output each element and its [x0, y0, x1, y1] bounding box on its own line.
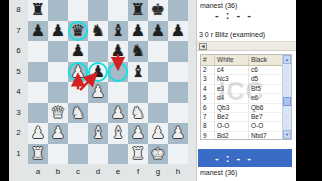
- square-b5[interactable]: [48, 62, 68, 83]
- square-b8[interactable]: [48, 0, 68, 21]
- column-header-white: White: [215, 55, 249, 65]
- move-row-8: 8O-OO-O: [201, 122, 291, 131]
- move-white[interactable]: O-O: [215, 122, 249, 130]
- move-row-4: 4e3Bf5: [201, 85, 291, 94]
- white-player-clock: - : - -: [198, 149, 292, 167]
- game-type-label: 3 0 r Blitz (examined): [199, 31, 265, 38]
- square-f6[interactable]: ♞: [128, 41, 148, 62]
- move-row-6: 6Qb3Qb6: [201, 104, 291, 113]
- square-g3[interactable]: [148, 103, 168, 124]
- move-number: 4: [201, 85, 215, 93]
- rank-label-7: 7: [9, 21, 28, 42]
- move-rows: 2c4c63Nc3d54e3Bf55d4e66Qb3Qb67Be2Be78O-O…: [201, 66, 291, 140]
- square-d4[interactable]: ♟: [88, 82, 108, 103]
- square-d3[interactable]: [88, 103, 108, 124]
- move-row-2: 2c4c6: [201, 66, 291, 75]
- square-c5[interactable]: ♟: [68, 62, 88, 83]
- square-g7[interactable]: ♟: [148, 21, 168, 42]
- square-f3[interactable]: ♞: [128, 103, 148, 124]
- piece-black-pawn[interactable]: ♟: [111, 43, 125, 59]
- file-label-c: c: [68, 164, 88, 181]
- black-player-name: manest (36): [200, 2, 237, 9]
- square-a6[interactable]: [28, 41, 48, 62]
- piece-white-bishop[interactable]: ♝: [111, 125, 125, 141]
- game-info-panel: manest (36) - : - - 3 0 r Blitz (examine…: [196, 0, 296, 181]
- black-player-clock: - : - -: [215, 9, 253, 21]
- scroll-down-icon[interactable]: ▼: [283, 130, 291, 139]
- square-a5[interactable]: [28, 62, 48, 83]
- rank-label-8: 8: [9, 0, 28, 21]
- square-a2[interactable]: ♟: [28, 123, 48, 144]
- move-number: 3: [201, 75, 215, 83]
- move-white[interactable]: c4: [215, 66, 249, 74]
- move-white[interactable]: Bd2: [215, 132, 249, 140]
- piece-black-pawn[interactable]: ♟: [151, 23, 165, 39]
- square-a1[interactable]: ♜: [28, 144, 48, 165]
- piece-white-rook[interactable]: ♜: [31, 146, 45, 162]
- square-g6[interactable]: [148, 41, 168, 62]
- square-h1[interactable]: [168, 144, 188, 165]
- file-label-f: f: [128, 164, 148, 181]
- piece-black-knight[interactable]: ♞: [91, 23, 105, 39]
- square-f8[interactable]: ♜: [128, 0, 148, 21]
- square-h5[interactable]: [168, 62, 188, 83]
- rank-label-2: 2: [9, 123, 28, 144]
- piece-white-pawn[interactable]: ♟: [131, 125, 145, 141]
- move-row-5: 5d4e6: [201, 94, 291, 103]
- rank-label-3: 3: [9, 103, 28, 124]
- piece-white-pawn[interactable]: ♟: [51, 125, 65, 141]
- move-white[interactable]: d4: [215, 94, 249, 102]
- back-move-button[interactable]: ◄: [199, 43, 207, 50]
- square-d1[interactable]: [88, 144, 108, 165]
- piece-black-bishop[interactable]: ♝: [131, 64, 145, 80]
- square-h3[interactable]: [168, 103, 188, 124]
- scrollbar-thumb[interactable]: [283, 97, 291, 106]
- piece-black-pawn[interactable]: ♟: [71, 43, 85, 59]
- column-header-number: #: [201, 55, 215, 65]
- square-b6[interactable]: [48, 41, 68, 62]
- square-c4[interactable]: [68, 82, 88, 103]
- move-list-header: # White Black: [201, 55, 291, 66]
- piece-white-knight[interactable]: ♞: [71, 105, 85, 121]
- square-d5[interactable]: ♟: [88, 62, 108, 83]
- move-list-table[interactable]: # White Black 2c4c63Nc3d54e3Bf55d4e66Qb3…: [200, 54, 292, 140]
- rank-label-6: 6: [9, 41, 28, 62]
- piece-white-pawn[interactable]: ♟: [171, 125, 185, 141]
- file-label-b: b: [48, 164, 68, 181]
- piece-white-knight[interactable]: ♞: [131, 105, 145, 121]
- square-c7[interactable]: ♛: [68, 21, 88, 42]
- square-f1[interactable]: ♜: [128, 144, 148, 165]
- move-number: 6: [201, 104, 215, 112]
- square-a8[interactable]: ♜: [28, 0, 48, 21]
- file-label-g: g: [148, 164, 168, 181]
- move-row-3: 3Nc3d5: [201, 75, 291, 84]
- square-c1[interactable]: [68, 144, 88, 165]
- piece-white-queen[interactable]: ♛: [51, 105, 65, 121]
- square-g4[interactable]: [148, 82, 168, 103]
- square-e6[interactable]: ♟: [108, 41, 128, 62]
- movelist-toolbar: ◄: [197, 41, 296, 51]
- square-e3[interactable]: ♟: [108, 103, 128, 124]
- chess-board[interactable]: ♜♜♚♟♟♛♞♝♟♟♟♟♟♞♟♟♝♟♛♞♟♞♟♟♝♝♟♟♟♜♜♚: [28, 0, 188, 164]
- square-g8[interactable]: ♚: [148, 0, 168, 21]
- square-h6[interactable]: [168, 41, 188, 62]
- rank-label-5: 5: [9, 62, 28, 83]
- move-number: 5: [201, 94, 215, 102]
- square-b1[interactable]: [48, 144, 68, 165]
- square-d7[interactable]: ♞: [88, 21, 108, 42]
- square-b2[interactable]: ♟: [48, 123, 68, 144]
- move-number: 2: [201, 66, 215, 74]
- piece-black-rook[interactable]: ♜: [131, 2, 145, 18]
- piece-black-pawn[interactable]: ♟: [91, 64, 105, 80]
- move-white[interactable]: Nc3: [215, 75, 249, 83]
- square-d8[interactable]: [88, 0, 108, 21]
- square-a7[interactable]: ♟: [28, 21, 48, 42]
- square-b3[interactable]: ♛: [48, 103, 68, 124]
- move-row-9: 9Bd2Nbd7: [201, 132, 291, 140]
- move-number: 8: [201, 122, 215, 130]
- piece-white-rook[interactable]: ♜: [131, 146, 145, 162]
- square-f7[interactable]: ♟: [128, 21, 148, 42]
- piece-white-pawn[interactable]: ♟: [31, 125, 45, 141]
- rank-label-4: 4: [9, 82, 28, 103]
- square-b4[interactable]: [48, 82, 68, 103]
- square-a4[interactable]: [28, 82, 48, 103]
- square-b7[interactable]: ♟: [48, 21, 68, 42]
- square-h2[interactable]: ♟: [168, 123, 188, 144]
- square-e8[interactable]: [108, 0, 128, 21]
- square-h7[interactable]: ♟: [168, 21, 188, 42]
- square-e1[interactable]: [108, 144, 128, 165]
- square-c2[interactable]: [68, 123, 88, 144]
- file-label-d: d: [88, 164, 108, 181]
- piece-black-bishop[interactable]: ♝: [111, 23, 125, 39]
- square-h8[interactable]: [168, 0, 188, 21]
- square-c8[interactable]: [68, 0, 88, 21]
- piece-white-pawn[interactable]: ♟: [111, 105, 125, 121]
- file-label-e: e: [108, 164, 128, 181]
- piece-white-pawn[interactable]: ♟: [151, 125, 165, 141]
- board-area: 87654321 abcdefgh ♜♜♚♟♟♛♞♝♟♟♟♟♟♞♟♟♝♟♛♞♟♞…: [9, 0, 196, 181]
- square-g5[interactable]: [148, 62, 168, 83]
- piece-white-bishop[interactable]: ♝: [91, 125, 105, 141]
- white-player-name: manest (36): [200, 169, 237, 176]
- square-h4[interactable]: [168, 82, 188, 103]
- piece-black-pawn[interactable]: ♟: [171, 23, 185, 39]
- piece-white-pawn[interactable]: ♟: [71, 64, 85, 80]
- piece-black-pawn[interactable]: ♟: [51, 23, 65, 39]
- square-f4[interactable]: [128, 82, 148, 103]
- square-e2[interactable]: ♝: [108, 123, 128, 144]
- piece-black-king[interactable]: ♚: [151, 2, 165, 18]
- square-d2[interactable]: ♝: [88, 123, 108, 144]
- piece-black-rook[interactable]: ♜: [31, 2, 45, 18]
- move-white[interactable]: Qb3: [215, 104, 249, 112]
- move-white[interactable]: e3: [215, 85, 249, 93]
- piece-black-pawn[interactable]: ♟: [31, 23, 45, 39]
- square-d6[interactable]: [88, 41, 108, 62]
- square-f5[interactable]: ♝: [128, 62, 148, 83]
- square-g2[interactable]: ♟: [148, 123, 168, 144]
- rank-label-1: 1: [9, 144, 28, 165]
- move-row-7: 7Be2Be7: [201, 113, 291, 122]
- chess-app-window: 87654321 abcdefgh ♜♜♚♟♟♛♞♝♟♟♟♟♟♞♟♟♝♟♛♞♟♞…: [0, 0, 322, 181]
- piece-black-knight[interactable]: ♞: [131, 43, 145, 59]
- move-number: 9: [201, 132, 215, 140]
- square-a3[interactable]: [28, 103, 48, 124]
- move-number: 7: [201, 113, 215, 121]
- square-e5[interactable]: [108, 62, 128, 83]
- piece-black-pawn[interactable]: ♟: [131, 23, 145, 39]
- move-white[interactable]: Be2: [215, 113, 249, 121]
- square-e7[interactable]: ♝: [108, 21, 128, 42]
- square-f2[interactable]: ♟: [128, 123, 148, 144]
- square-e4[interactable]: [108, 82, 128, 103]
- square-c3[interactable]: ♞: [68, 103, 88, 124]
- scroll-up-icon[interactable]: ▲: [283, 55, 291, 64]
- piece-white-king[interactable]: ♚: [151, 146, 165, 162]
- file-label-h: h: [168, 164, 188, 181]
- movelist-scrollbar[interactable]: ▲ ▼: [282, 55, 291, 139]
- square-c6[interactable]: ♟: [68, 41, 88, 62]
- square-g1[interactable]: ♚: [148, 144, 168, 165]
- file-label-a: a: [28, 164, 48, 181]
- piece-white-pawn[interactable]: ♟: [91, 84, 105, 100]
- piece-black-queen[interactable]: ♛: [71, 23, 85, 39]
- highlight-ring-e5: [108, 62, 128, 82]
